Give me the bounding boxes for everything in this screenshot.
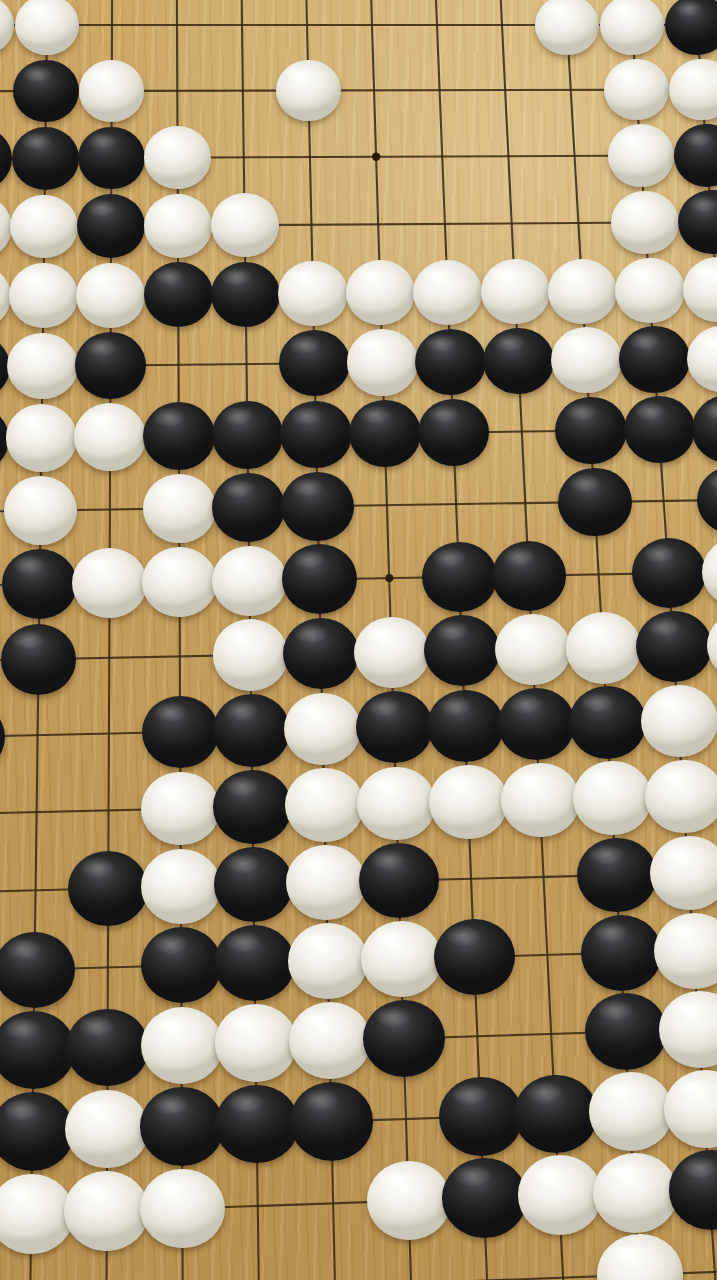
black-stone [214, 847, 294, 922]
star-point [385, 574, 393, 582]
white-stone [357, 767, 435, 841]
white-stone [615, 258, 684, 323]
white-stone [142, 547, 216, 617]
black-stone [555, 397, 627, 464]
black-stone [78, 127, 145, 190]
black-stone [434, 919, 515, 995]
white-stone [604, 59, 669, 120]
black-stone [212, 401, 284, 468]
black-stone [144, 262, 213, 327]
black-stone [142, 696, 219, 768]
white-stone [7, 333, 78, 399]
white-stone [144, 194, 212, 258]
white-stone [361, 921, 442, 997]
black-stone [585, 993, 667, 1070]
black-stone [498, 688, 575, 760]
black-stone [12, 127, 79, 190]
black-stone [349, 400, 421, 467]
black-stone [581, 915, 662, 991]
black-stone [281, 472, 354, 541]
white-stone [64, 1171, 149, 1251]
white-stone [211, 193, 279, 257]
white-stone [645, 760, 717, 834]
black-stone [363, 1000, 445, 1077]
black-stone [13, 60, 78, 121]
white-stone [276, 60, 341, 121]
grid-line-vertical [107, 0, 113, 1280]
black-stone [492, 541, 566, 611]
star-point [372, 153, 380, 161]
black-stone [215, 1085, 299, 1163]
black-stone [143, 402, 215, 469]
black-stone [439, 1077, 523, 1155]
black-stone [214, 925, 295, 1001]
black-stone [66, 1009, 148, 1086]
white-stone [429, 765, 507, 839]
white-stone [74, 403, 146, 470]
black-stone [0, 932, 75, 1008]
white-stone [6, 404, 78, 471]
white-stone [495, 614, 571, 685]
black-stone [356, 691, 433, 763]
black-stone [619, 326, 690, 392]
white-stone [140, 1169, 225, 1249]
white-stone [144, 126, 211, 189]
go-board [0, 0, 717, 1280]
white-stone [589, 1072, 673, 1150]
white-stone [518, 1155, 603, 1235]
black-stone [569, 686, 646, 758]
black-stone [75, 332, 146, 398]
black-stone [213, 694, 290, 766]
white-stone [213, 619, 289, 690]
white-stone [354, 617, 430, 688]
black-stone [514, 1075, 598, 1153]
white-stone [641, 685, 717, 757]
black-stone [442, 1158, 527, 1238]
white-stone [573, 761, 651, 835]
white-stone [481, 259, 550, 324]
white-stone [284, 693, 361, 765]
go-board-photo [0, 0, 717, 1280]
white-stone [141, 1007, 223, 1084]
white-stone [566, 612, 642, 683]
black-stone [483, 328, 554, 394]
black-stone [211, 262, 280, 327]
white-stone [288, 923, 369, 999]
white-stone [548, 259, 617, 324]
white-stone [347, 329, 418, 395]
black-stone [280, 401, 352, 468]
white-stone [9, 263, 78, 328]
white-stone [278, 261, 347, 326]
white-stone [367, 1161, 452, 1241]
white-stone [593, 1153, 678, 1233]
black-stone [282, 544, 356, 614]
white-stone [286, 845, 366, 920]
white-stone [4, 476, 77, 545]
white-stone [10, 195, 78, 259]
black-stone [283, 618, 359, 689]
black-stone [558, 468, 631, 537]
white-stone [76, 263, 145, 328]
white-stone [141, 772, 219, 846]
white-stone [608, 124, 675, 187]
black-stone [359, 843, 439, 918]
white-stone [413, 260, 482, 325]
black-stone [77, 194, 145, 258]
black-stone [212, 473, 285, 542]
black-stone [68, 851, 148, 926]
black-stone [427, 690, 504, 762]
white-stone [143, 474, 216, 543]
black-stone [632, 538, 706, 608]
white-stone [501, 763, 579, 837]
black-stone [2, 549, 76, 619]
white-stone [215, 1004, 297, 1081]
white-stone [141, 849, 221, 924]
white-stone [79, 60, 144, 121]
white-stone [285, 768, 363, 842]
black-stone [577, 838, 657, 913]
black-stone [636, 611, 712, 682]
white-stone [72, 548, 146, 618]
white-stone [289, 1002, 371, 1079]
white-stone [346, 260, 415, 325]
black-stone [415, 329, 486, 395]
black-stone [213, 770, 291, 844]
black-stone [279, 330, 350, 396]
black-stone [0, 1011, 75, 1088]
black-stone [418, 399, 490, 466]
white-stone [551, 327, 622, 393]
white-stone [212, 546, 286, 616]
black-stone [422, 542, 496, 612]
black-stone [290, 1082, 374, 1160]
black-stone [140, 1087, 224, 1165]
black-stone [141, 927, 222, 1003]
white-stone [65, 1090, 149, 1168]
black-stone [1, 624, 77, 695]
black-stone [424, 615, 500, 686]
